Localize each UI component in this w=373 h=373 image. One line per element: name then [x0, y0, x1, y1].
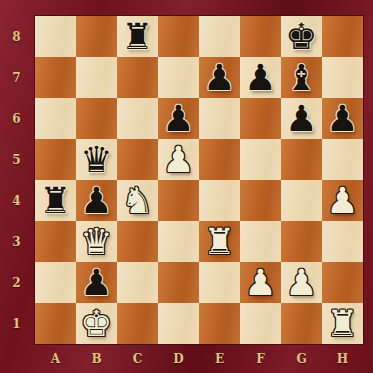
square-f8[interactable]: [240, 16, 281, 57]
file-label-c: C: [117, 350, 158, 368]
square-f7[interactable]: ♟: [240, 57, 281, 98]
square-g6[interactable]: ♟: [281, 98, 322, 139]
square-e4[interactable]: [199, 180, 240, 221]
square-c1[interactable]: [117, 303, 158, 344]
square-a5[interactable]: [35, 139, 76, 180]
square-a1[interactable]: [35, 303, 76, 344]
square-g7[interactable]: ♝: [281, 57, 322, 98]
square-g2[interactable]: ♟: [281, 262, 322, 303]
file-label-a: A: [35, 350, 76, 368]
rank-label-2: 2: [0, 262, 33, 303]
white-pawn-d5[interactable]: ♟: [158, 139, 199, 180]
file-label-b: B: [76, 350, 117, 368]
white-pawn-h4[interactable]: ♟: [322, 180, 363, 221]
square-f5[interactable]: [240, 139, 281, 180]
square-h2[interactable]: [322, 262, 363, 303]
white-rook-e3[interactable]: ♜: [199, 221, 240, 262]
square-e3[interactable]: ♜: [199, 221, 240, 262]
square-e7[interactable]: ♟: [199, 57, 240, 98]
black-pawn-b4[interactable]: ♟: [76, 180, 117, 221]
square-e2[interactable]: [199, 262, 240, 303]
rank-label-3: 3: [0, 221, 33, 262]
square-f3[interactable]: [240, 221, 281, 262]
square-b7[interactable]: [76, 57, 117, 98]
black-pawn-b2[interactable]: ♟: [76, 262, 117, 303]
white-pawn-g2[interactable]: ♟: [281, 262, 322, 303]
square-b5[interactable]: ♛: [76, 139, 117, 180]
chess-board-app: ♜♚♟♟♝♟♟♟♛♟♜♟♞♟♛♜♟♟♟♚♜ 87654321ABCDEFGH: [0, 0, 373, 373]
square-d7[interactable]: [158, 57, 199, 98]
square-a6[interactable]: [35, 98, 76, 139]
white-king-b1[interactable]: ♚: [76, 303, 117, 344]
white-pawn-f2[interactable]: ♟: [240, 262, 281, 303]
square-d1[interactable]: [158, 303, 199, 344]
square-b6[interactable]: [76, 98, 117, 139]
square-g1[interactable]: [281, 303, 322, 344]
square-b4[interactable]: ♟: [76, 180, 117, 221]
white-rook-h1[interactable]: ♜: [322, 303, 363, 344]
square-g3[interactable]: [281, 221, 322, 262]
square-c6[interactable]: [117, 98, 158, 139]
file-label-h: H: [322, 350, 363, 368]
square-f2[interactable]: ♟: [240, 262, 281, 303]
square-f4[interactable]: [240, 180, 281, 221]
rank-label-4: 4: [0, 180, 33, 221]
square-c4[interactable]: ♞: [117, 180, 158, 221]
black-king-g8[interactable]: ♚: [281, 16, 322, 57]
square-h8[interactable]: [322, 16, 363, 57]
chess-board: ♜♚♟♟♝♟♟♟♛♟♜♟♞♟♛♜♟♟♟♚♜: [35, 16, 363, 344]
black-rook-a4[interactable]: ♜: [35, 180, 76, 221]
black-queen-b5[interactable]: ♛: [76, 139, 117, 180]
square-g5[interactable]: [281, 139, 322, 180]
square-f1[interactable]: [240, 303, 281, 344]
square-c3[interactable]: [117, 221, 158, 262]
square-c7[interactable]: [117, 57, 158, 98]
square-c2[interactable]: [117, 262, 158, 303]
file-label-e: E: [199, 350, 240, 368]
file-label-g: G: [281, 350, 322, 368]
square-d5[interactable]: ♟: [158, 139, 199, 180]
white-knight-c4[interactable]: ♞: [117, 180, 158, 221]
rank-label-7: 7: [0, 57, 33, 98]
white-queen-b3[interactable]: ♛: [76, 221, 117, 262]
square-h7[interactable]: [322, 57, 363, 98]
square-a3[interactable]: [35, 221, 76, 262]
black-pawn-d6[interactable]: ♟: [158, 98, 199, 139]
square-e8[interactable]: [199, 16, 240, 57]
square-a8[interactable]: [35, 16, 76, 57]
square-e6[interactable]: [199, 98, 240, 139]
rank-label-6: 6: [0, 98, 33, 139]
black-bishop-g7[interactable]: ♝: [281, 57, 322, 98]
file-label-f: F: [240, 350, 281, 368]
square-g8[interactable]: ♚: [281, 16, 322, 57]
square-d2[interactable]: [158, 262, 199, 303]
square-b2[interactable]: ♟: [76, 262, 117, 303]
square-d3[interactable]: [158, 221, 199, 262]
rank-label-5: 5: [0, 139, 33, 180]
square-b1[interactable]: ♚: [76, 303, 117, 344]
black-pawn-h6[interactable]: ♟: [322, 98, 363, 139]
black-pawn-e7[interactable]: ♟: [199, 57, 240, 98]
rank-label-8: 8: [0, 16, 33, 57]
square-d4[interactable]: [158, 180, 199, 221]
square-c5[interactable]: [117, 139, 158, 180]
square-h5[interactable]: [322, 139, 363, 180]
square-a2[interactable]: [35, 262, 76, 303]
square-a7[interactable]: [35, 57, 76, 98]
square-b3[interactable]: ♛: [76, 221, 117, 262]
square-d8[interactable]: [158, 16, 199, 57]
square-g4[interactable]: [281, 180, 322, 221]
square-e1[interactable]: [199, 303, 240, 344]
square-h4[interactable]: ♟: [322, 180, 363, 221]
square-h3[interactable]: [322, 221, 363, 262]
square-b8[interactable]: [76, 16, 117, 57]
square-h1[interactable]: ♜: [322, 303, 363, 344]
black-pawn-g6[interactable]: ♟: [281, 98, 322, 139]
square-e5[interactable]: [199, 139, 240, 180]
square-a4[interactable]: ♜: [35, 180, 76, 221]
square-h6[interactable]: ♟: [322, 98, 363, 139]
file-label-d: D: [158, 350, 199, 368]
rank-label-1: 1: [0, 303, 33, 344]
square-d6[interactable]: ♟: [158, 98, 199, 139]
square-c8[interactable]: ♜: [117, 16, 158, 57]
square-f6[interactable]: [240, 98, 281, 139]
black-rook-c8[interactable]: ♜: [117, 16, 158, 57]
black-pawn-f7[interactable]: ♟: [240, 57, 281, 98]
